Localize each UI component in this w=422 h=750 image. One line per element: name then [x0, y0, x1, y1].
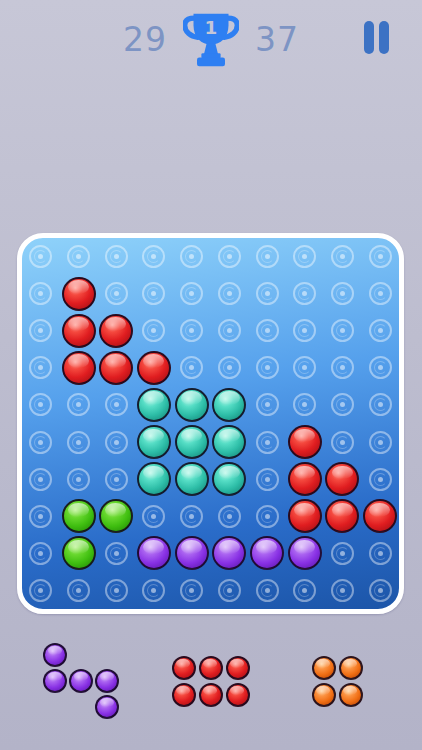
peg-hole: [142, 245, 165, 268]
bead-red: [288, 499, 322, 533]
peg-hole: [331, 356, 354, 379]
peg-hole: [369, 468, 392, 491]
peg-hole: [29, 393, 52, 416]
board-cell[interactable]: [286, 275, 324, 312]
tray-piece-cell: [170, 681, 197, 708]
peg-hole: [180, 282, 203, 305]
board-cell[interactable]: [173, 275, 211, 312]
peg-hole: [29, 505, 52, 528]
board-cell[interactable]: [286, 498, 324, 535]
board-cell[interactable]: [324, 275, 362, 312]
peg-hole: [67, 393, 90, 416]
board-cell[interactable]: [361, 423, 399, 460]
peg-hole: [331, 282, 354, 305]
tray-piece-cell: [224, 681, 251, 708]
peg-hole: [369, 393, 392, 416]
board-cell[interactable]: [97, 572, 135, 609]
board-cell[interactable]: [173, 312, 211, 349]
peg-hole: [331, 579, 354, 602]
peg-hole: [180, 579, 203, 602]
trophy-level-text: 1: [205, 17, 218, 38]
game-board: [17, 233, 404, 614]
peg-hole: [105, 579, 128, 602]
bead-purple: [288, 536, 322, 570]
board-cell[interactable]: [211, 312, 249, 349]
tray-piece-cell: [68, 694, 94, 720]
board-cell[interactable]: [361, 535, 399, 572]
peg-hole: [331, 393, 354, 416]
bead-green: [62, 536, 96, 570]
bead-red: [99, 314, 133, 348]
bead-red: [62, 314, 96, 348]
board-cell[interactable]: [211, 238, 249, 275]
peg-hole: [293, 245, 316, 268]
trophy-icon-svg: 1: [183, 11, 239, 69]
board-cell[interactable]: [60, 461, 98, 498]
peg-hole: [180, 356, 203, 379]
board-cell[interactable]: [135, 349, 173, 386]
board-cell[interactable]: [22, 461, 60, 498]
peg-hole: [256, 468, 279, 491]
peg-hole: [29, 319, 52, 342]
board-cell[interactable]: [361, 386, 399, 423]
right-counter: 37: [255, 10, 299, 70]
tray-piece-cell: [337, 654, 364, 681]
tray-piece-cell: [42, 694, 68, 720]
bead-teal: [137, 462, 171, 496]
bead-purple: [137, 536, 171, 570]
bead-green: [62, 499, 96, 533]
board-cell[interactable]: [60, 535, 98, 572]
board-cell[interactable]: [97, 498, 135, 535]
peg-hole: [180, 245, 203, 268]
peg-hole: [29, 431, 52, 454]
peg-hole: [180, 319, 203, 342]
board-cell[interactable]: [173, 498, 211, 535]
board-grid: [22, 238, 399, 609]
bead-purple: [250, 536, 284, 570]
bead-teal: [137, 388, 171, 422]
peg-hole: [105, 431, 128, 454]
board-cell[interactable]: [173, 386, 211, 423]
bead-teal: [212, 388, 246, 422]
board-cell[interactable]: [324, 349, 362, 386]
board-cell[interactable]: [211, 461, 249, 498]
bead-teal: [175, 462, 209, 496]
peg-hole: [180, 505, 203, 528]
board-cell[interactable]: [22, 535, 60, 572]
peg-hole: [67, 468, 90, 491]
bead-purple: [175, 536, 209, 570]
bead-red: [288, 462, 322, 496]
tray-piece-red-2x3-block[interactable]: [170, 654, 251, 708]
tray-piece-cell: [197, 654, 224, 681]
board-cell[interactable]: [60, 498, 98, 535]
tray-bead-orange: [339, 656, 363, 680]
tray-bead-red: [172, 656, 196, 680]
peg-hole: [256, 431, 279, 454]
peg-hole: [67, 431, 90, 454]
peg-hole: [218, 282, 241, 305]
board-cell[interactable]: [22, 238, 60, 275]
bead-red: [62, 277, 96, 311]
board-cell[interactable]: [286, 423, 324, 460]
bead-red: [137, 351, 171, 385]
board-cell[interactable]: [361, 312, 399, 349]
board-cell[interactable]: [135, 498, 173, 535]
board-cell[interactable]: [324, 572, 362, 609]
board-cell[interactable]: [361, 275, 399, 312]
bead-green: [99, 499, 133, 533]
peg-hole: [218, 319, 241, 342]
board-cell[interactable]: [211, 423, 249, 460]
board-cell[interactable]: [173, 423, 211, 460]
pause-icon: [379, 21, 389, 54]
tray-bead-purple: [43, 669, 67, 693]
board-cell[interactable]: [135, 275, 173, 312]
board-cell[interactable]: [211, 386, 249, 423]
peg-hole: [331, 245, 354, 268]
board-cell[interactable]: [97, 461, 135, 498]
tray-piece-orange-2x2-block[interactable]: [310, 654, 364, 708]
board-cell[interactable]: [22, 386, 60, 423]
peg-hole: [293, 282, 316, 305]
tray-bead-red: [199, 656, 223, 680]
tray-bead-purple: [95, 695, 119, 719]
peg-hole: [67, 245, 90, 268]
peg-hole: [218, 356, 241, 379]
board-cell[interactable]: [173, 572, 211, 609]
board-cell[interactable]: [361, 349, 399, 386]
pause-icon: [364, 21, 374, 54]
board-cell[interactable]: [173, 535, 211, 572]
trophy-icon: 1: [183, 11, 239, 69]
bead-red: [99, 351, 133, 385]
peg-hole: [105, 393, 128, 416]
peg-hole: [29, 282, 52, 305]
board-cell[interactable]: [60, 386, 98, 423]
board-cell[interactable]: [211, 535, 249, 572]
board-cell[interactable]: [173, 349, 211, 386]
board-cell[interactable]: [173, 461, 211, 498]
board-cell[interactable]: [324, 312, 362, 349]
board-cell[interactable]: [361, 572, 399, 609]
board-cell[interactable]: [211, 275, 249, 312]
board-cell[interactable]: [361, 498, 399, 535]
board-cell[interactable]: [248, 535, 286, 572]
board-cell[interactable]: [60, 423, 98, 460]
board-cell[interactable]: [97, 238, 135, 275]
peg-hole: [29, 468, 52, 491]
peg-hole: [142, 282, 165, 305]
peg-hole: [29, 356, 52, 379]
peg-hole: [218, 505, 241, 528]
board-cell[interactable]: [211, 349, 249, 386]
board-cell[interactable]: [286, 386, 324, 423]
peg-hole: [67, 579, 90, 602]
tray-piece-cell: [68, 668, 94, 694]
peg-hole: [369, 542, 392, 565]
peg-hole: [369, 431, 392, 454]
board-cell[interactable]: [97, 535, 135, 572]
tray-bead-orange: [339, 683, 363, 707]
board-cell[interactable]: [286, 572, 324, 609]
board-cell[interactable]: [97, 386, 135, 423]
board-cell[interactable]: [22, 498, 60, 535]
board-cell[interactable]: [22, 349, 60, 386]
board-cell[interactable]: [248, 572, 286, 609]
peg-hole: [256, 319, 279, 342]
bead-red: [62, 351, 96, 385]
tray-bead-purple: [43, 643, 67, 667]
board-cell[interactable]: [60, 349, 98, 386]
board-cell[interactable]: [324, 423, 362, 460]
peg-hole: [256, 579, 279, 602]
peg-hole: [331, 319, 354, 342]
board-cell[interactable]: [135, 386, 173, 423]
board-cell[interactable]: [22, 423, 60, 460]
peg-hole: [369, 245, 392, 268]
board-cell[interactable]: [22, 312, 60, 349]
board-cell[interactable]: [22, 572, 60, 609]
board-cell[interactable]: [324, 535, 362, 572]
board-cell[interactable]: [97, 312, 135, 349]
peg-hole: [105, 542, 128, 565]
board-cell[interactable]: [211, 572, 249, 609]
tray-piece-cell: [68, 642, 94, 668]
board-cell[interactable]: [248, 275, 286, 312]
peg-hole: [142, 505, 165, 528]
bead-teal: [212, 462, 246, 496]
bead-teal: [137, 425, 171, 459]
board-cell[interactable]: [248, 423, 286, 460]
tray-piece-cell: [310, 654, 337, 681]
peg-hole: [369, 282, 392, 305]
board-cell[interactable]: [248, 386, 286, 423]
board-cell[interactable]: [286, 238, 324, 275]
peg-hole: [105, 468, 128, 491]
tray-bead-orange: [312, 683, 336, 707]
board-cell[interactable]: [248, 238, 286, 275]
bead-teal: [175, 425, 209, 459]
tray-piece-cell: [224, 654, 251, 681]
board-cell[interactable]: [135, 312, 173, 349]
board-cell[interactable]: [361, 461, 399, 498]
peg-hole: [293, 579, 316, 602]
bead-red: [325, 499, 359, 533]
peg-hole: [105, 282, 128, 305]
board-cell[interactable]: [211, 498, 249, 535]
peg-hole: [256, 393, 279, 416]
peg-hole: [142, 579, 165, 602]
peg-hole: [256, 245, 279, 268]
peg-hole: [142, 319, 165, 342]
tray-piece-cell: [94, 694, 120, 720]
tray-piece-cell: [94, 642, 120, 668]
board-cell[interactable]: [248, 312, 286, 349]
hud-score-bar: 29 1 37: [123, 10, 299, 70]
board-cell[interactable]: [22, 275, 60, 312]
bead-red: [288, 425, 322, 459]
bead-teal: [212, 425, 246, 459]
tray-piece-cell: [42, 642, 68, 668]
board-cell[interactable]: [248, 349, 286, 386]
board-cell[interactable]: [324, 238, 362, 275]
board-cell[interactable]: [286, 535, 324, 572]
board-cell[interactable]: [97, 349, 135, 386]
peg-hole: [218, 579, 241, 602]
tray-piece-cell: [42, 668, 68, 694]
board-cell[interactable]: [60, 572, 98, 609]
tray-bead-orange: [312, 656, 336, 680]
board-cell[interactable]: [286, 312, 324, 349]
board-cell[interactable]: [60, 275, 98, 312]
tray-bead-purple: [95, 669, 119, 693]
peg-hole: [293, 393, 316, 416]
tray-piece-cell: [170, 654, 197, 681]
tray-bead-red: [199, 683, 223, 707]
board-cell[interactable]: [135, 572, 173, 609]
peg-hole: [218, 245, 241, 268]
board-cell[interactable]: [286, 349, 324, 386]
bead-red: [363, 499, 397, 533]
bead-purple: [212, 536, 246, 570]
peg-hole: [256, 356, 279, 379]
peg-hole: [331, 542, 354, 565]
tray-bead-purple: [69, 669, 93, 693]
peg-hole: [293, 319, 316, 342]
tray-piece-cell: [94, 668, 120, 694]
tray-bead-red: [226, 656, 250, 680]
board-cell[interactable]: [324, 498, 362, 535]
board-cell[interactable]: [97, 275, 135, 312]
board-cell[interactable]: [60, 312, 98, 349]
peg-hole: [29, 542, 52, 565]
tray-bead-red: [226, 683, 250, 707]
peg-hole: [256, 505, 279, 528]
board-cell[interactable]: [361, 238, 399, 275]
bead-red: [325, 462, 359, 496]
board-cell[interactable]: [135, 535, 173, 572]
peg-hole: [105, 245, 128, 268]
board-cell[interactable]: [324, 461, 362, 498]
board-cell[interactable]: [248, 498, 286, 535]
tray-piece-cell: [337, 681, 364, 708]
board-cell[interactable]: [286, 461, 324, 498]
peg-hole: [29, 245, 52, 268]
peg-hole: [29, 579, 52, 602]
board-cell[interactable]: [135, 461, 173, 498]
pause-button[interactable]: [362, 19, 391, 56]
board-cell[interactable]: [248, 461, 286, 498]
board-cell[interactable]: [135, 238, 173, 275]
peg-hole: [293, 356, 316, 379]
board-cell[interactable]: [60, 238, 98, 275]
peg-hole: [369, 319, 392, 342]
tray-piece-cell: [310, 681, 337, 708]
tray-piece-cell: [197, 681, 224, 708]
bead-teal: [175, 388, 209, 422]
peg-hole: [369, 579, 392, 602]
tray-piece-purple-z-pentomino[interactable]: [42, 642, 120, 720]
peg-hole: [256, 282, 279, 305]
peg-hole: [369, 356, 392, 379]
board-cell[interactable]: [97, 423, 135, 460]
peg-hole: [331, 431, 354, 454]
board-cell[interactable]: [324, 386, 362, 423]
left-counter: 29: [123, 10, 167, 70]
board-cell[interactable]: [135, 423, 173, 460]
tray-bead-red: [172, 683, 196, 707]
board-cell[interactable]: [173, 238, 211, 275]
